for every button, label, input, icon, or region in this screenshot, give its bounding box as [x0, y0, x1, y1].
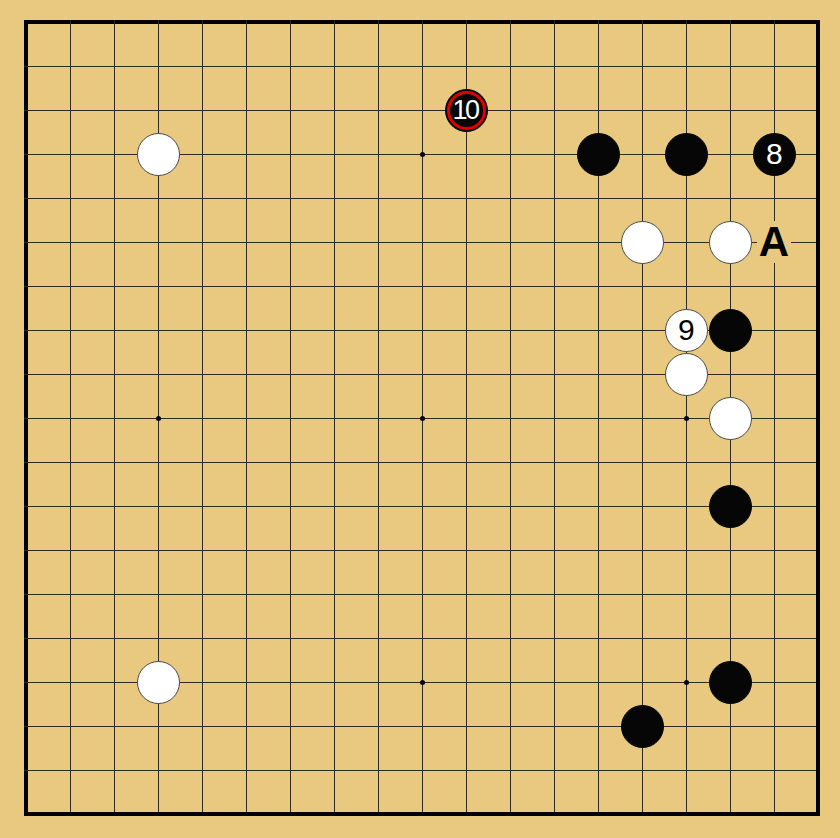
- point-label-a: A: [757, 221, 791, 263]
- grid-line-vertical: [466, 20, 467, 816]
- black-stone: [665, 133, 708, 176]
- black-stone: [709, 485, 752, 528]
- grid-line-horizontal: [24, 550, 820, 551]
- hoshi-star-point: [156, 416, 161, 421]
- black-stone: 8: [753, 133, 796, 176]
- grid-line-horizontal: [24, 770, 820, 771]
- hoshi-star-point: [420, 152, 425, 157]
- white-stone: [665, 353, 708, 396]
- go-board[interactable]: 1089A: [0, 0, 840, 838]
- hoshi-star-point: [420, 416, 425, 421]
- grid-line-vertical: [816, 20, 820, 816]
- black-stone: [621, 705, 664, 748]
- grid-line-vertical: [510, 20, 511, 816]
- hoshi-star-point: [684, 680, 689, 685]
- grid-line-horizontal: [24, 506, 820, 507]
- white-stone: [137, 133, 180, 176]
- grid-line-horizontal: [24, 812, 820, 816]
- black-stone: [577, 133, 620, 176]
- white-stone: 9: [665, 309, 708, 352]
- black-stone: 10: [445, 89, 488, 132]
- black-stone: [709, 309, 752, 352]
- grid-line-horizontal: [24, 594, 820, 595]
- hoshi-star-point: [684, 416, 689, 421]
- grid-line-vertical: [642, 20, 643, 816]
- black-stone: [709, 661, 752, 704]
- white-stone: [621, 221, 664, 264]
- grid-line-horizontal: [24, 462, 820, 463]
- hoshi-star-point: [420, 680, 425, 685]
- grid-line-horizontal: [24, 638, 820, 639]
- white-stone: [709, 397, 752, 440]
- move-number-label: 10: [452, 97, 477, 124]
- white-stone: [709, 221, 752, 264]
- move-number-label: 9: [678, 315, 694, 345]
- white-stone: [137, 661, 180, 704]
- move-number-label: 8: [766, 139, 782, 169]
- grid-line-vertical: [554, 20, 555, 816]
- grid-line-horizontal: [24, 726, 820, 727]
